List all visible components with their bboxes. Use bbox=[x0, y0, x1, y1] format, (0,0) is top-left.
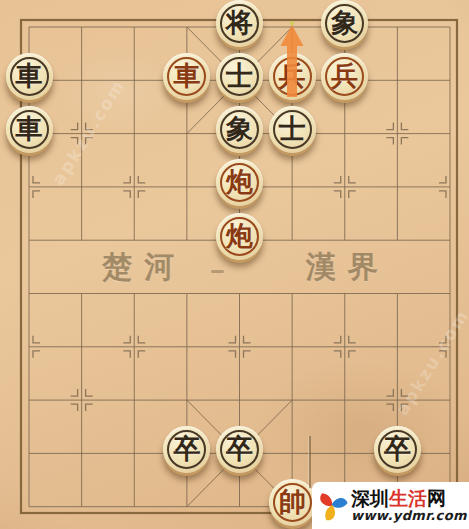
site-name-part: 深圳 bbox=[351, 487, 389, 509]
site-name-part: 网 bbox=[427, 487, 446, 509]
site-name: 深圳生活网 bbox=[351, 489, 467, 509]
pinwheel-logo-icon bbox=[316, 485, 348, 526]
site-watermark: 深圳生活网 www.ydmr.com bbox=[312, 482, 469, 529]
xiangqi-board-screen: 楚河 漢界 将象車車士兵兵車象士炮炮卒卒卒帥 apkzu.com apkzu.c… bbox=[0, 0, 469, 529]
site-name-part: 生活 bbox=[389, 487, 427, 509]
site-watermark-text: 深圳生活网 www.ydmr.com bbox=[351, 489, 467, 523]
site-url: www.ydmr.com bbox=[351, 509, 467, 523]
move-hint-arrow bbox=[0, 0, 469, 529]
